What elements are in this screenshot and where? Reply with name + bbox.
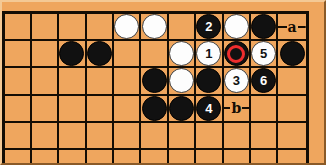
board-cell[interactable] <box>169 123 196 150</box>
board-cell[interactable] <box>224 41 251 68</box>
board-cell[interactable] <box>114 14 141 41</box>
board-cell[interactable] <box>59 96 86 123</box>
white-stone <box>224 14 249 39</box>
board-cell[interactable] <box>59 14 86 41</box>
black-stone <box>87 41 112 66</box>
board-cell[interactable] <box>278 41 305 68</box>
white-stone: 1 <box>196 41 221 66</box>
board-cell[interactable]: a <box>278 14 305 41</box>
board-cell[interactable] <box>141 123 168 150</box>
board-cell[interactable] <box>32 41 59 68</box>
board-cell[interactable] <box>141 68 168 95</box>
board-cell[interactable] <box>87 41 114 68</box>
move-number: 4 <box>205 102 212 115</box>
board-cell[interactable] <box>141 14 168 41</box>
board-cell[interactable] <box>251 123 278 150</box>
board-cell[interactable] <box>169 96 196 123</box>
board-cell[interactable] <box>87 68 114 95</box>
board-cell[interactable]: 2 <box>196 14 223 41</box>
white-stone: 5 <box>251 41 276 66</box>
board-cell[interactable] <box>59 150 86 165</box>
board-cell[interactable] <box>87 14 114 41</box>
move-number: 3 <box>233 74 240 87</box>
board-cell[interactable] <box>5 150 32 165</box>
board-cell[interactable] <box>169 150 196 165</box>
board-cell[interactable] <box>32 150 59 165</box>
board-cell[interactable] <box>114 150 141 165</box>
black-stone <box>59 41 84 66</box>
board-cell[interactable] <box>114 41 141 68</box>
board-cell[interactable] <box>114 96 141 123</box>
board-cell[interactable] <box>251 96 278 123</box>
black-stone <box>142 68 167 93</box>
board-cell[interactable] <box>87 123 114 150</box>
go-diagram-panel: 2a15364b <box>0 0 326 165</box>
black-stone <box>251 14 276 39</box>
black-stone <box>280 41 305 66</box>
move-number: 5 <box>260 47 267 60</box>
board-cell[interactable] <box>278 123 305 150</box>
board-cell[interactable] <box>59 41 86 68</box>
board-cell[interactable] <box>141 96 168 123</box>
point-label-b: b <box>230 101 242 115</box>
board-cell[interactable] <box>5 96 32 123</box>
move-number: 6 <box>260 74 267 87</box>
board-cell[interactable] <box>196 123 223 150</box>
white-stone <box>142 14 167 39</box>
board-cell[interactable] <box>141 150 168 165</box>
board-cell[interactable]: 1 <box>196 41 223 68</box>
black-stone: 2 <box>196 14 221 39</box>
board-cell[interactable] <box>32 123 59 150</box>
board-cell[interactable]: 6 <box>251 68 278 95</box>
board-cell[interactable] <box>32 96 59 123</box>
board-cell[interactable] <box>224 150 251 165</box>
board-cell[interactable] <box>251 150 278 165</box>
board-cell[interactable] <box>169 41 196 68</box>
board-cell[interactable] <box>278 68 305 95</box>
go-board: 2a15364b <box>2 11 309 165</box>
move-number: 1 <box>205 47 212 60</box>
board-cell[interactable] <box>141 41 168 68</box>
board-cell[interactable] <box>169 14 196 41</box>
board-cell[interactable] <box>224 14 251 41</box>
black-stone <box>169 96 194 121</box>
white-stone: 3 <box>224 68 249 93</box>
board-cell[interactable] <box>87 150 114 165</box>
board-cell[interactable] <box>59 68 86 95</box>
white-stone <box>114 14 139 39</box>
white-stone <box>169 68 194 93</box>
board-cell[interactable] <box>5 14 32 41</box>
black-stone <box>142 96 167 121</box>
board-cell[interactable] <box>278 150 305 165</box>
board-cell[interactable] <box>87 96 114 123</box>
board-cell[interactable] <box>114 123 141 150</box>
board-cell[interactable]: 5 <box>251 41 278 68</box>
board-cell[interactable] <box>32 68 59 95</box>
board-cell[interactable] <box>114 68 141 95</box>
board-cell[interactable] <box>278 96 305 123</box>
black-stone-marked <box>224 41 249 66</box>
board-cell[interactable] <box>5 41 32 68</box>
point-label-a: a <box>287 20 298 34</box>
black-stone: 4 <box>196 96 221 121</box>
board-cell[interactable] <box>169 68 196 95</box>
board-cell[interactable] <box>5 123 32 150</box>
white-stone <box>169 41 194 66</box>
black-stone: 6 <box>251 68 276 93</box>
board-cell[interactable] <box>59 123 86 150</box>
board-cell[interactable] <box>196 150 223 165</box>
move-number: 2 <box>205 20 212 33</box>
board-cell[interactable]: 3 <box>224 68 251 95</box>
board-cell[interactable]: b <box>224 96 251 123</box>
board-cell[interactable]: 4 <box>196 96 223 123</box>
board-cell[interactable] <box>5 68 32 95</box>
board-cell[interactable] <box>32 14 59 41</box>
board-cell[interactable] <box>251 14 278 41</box>
board-cell[interactable] <box>196 68 223 95</box>
red-circle-mark-icon <box>227 45 245 63</box>
board-cell[interactable] <box>224 123 251 150</box>
black-stone <box>196 68 221 93</box>
